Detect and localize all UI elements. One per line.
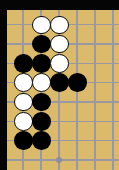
- white-stone: [14, 112, 33, 131]
- white-stone: [14, 73, 33, 92]
- app-background: [0, 0, 119, 170]
- white-stone: [32, 16, 51, 35]
- go-board[interactable]: [7, 10, 119, 170]
- black-stone: [32, 131, 51, 150]
- black-stone: [68, 73, 87, 92]
- black-stone: [14, 131, 33, 150]
- black-stone: [50, 73, 69, 92]
- white-stone: [14, 93, 33, 112]
- black-stone: [32, 93, 51, 112]
- black-stone: [32, 112, 51, 131]
- white-stone: [50, 35, 69, 54]
- white-stone: [32, 73, 51, 92]
- stones-layer: [14, 15, 119, 169]
- white-stone: [50, 54, 69, 73]
- white-stone: [50, 16, 69, 35]
- black-stone: [14, 54, 33, 73]
- black-stone: [32, 54, 51, 73]
- black-stone: [32, 35, 51, 54]
- star-point: [56, 157, 62, 163]
